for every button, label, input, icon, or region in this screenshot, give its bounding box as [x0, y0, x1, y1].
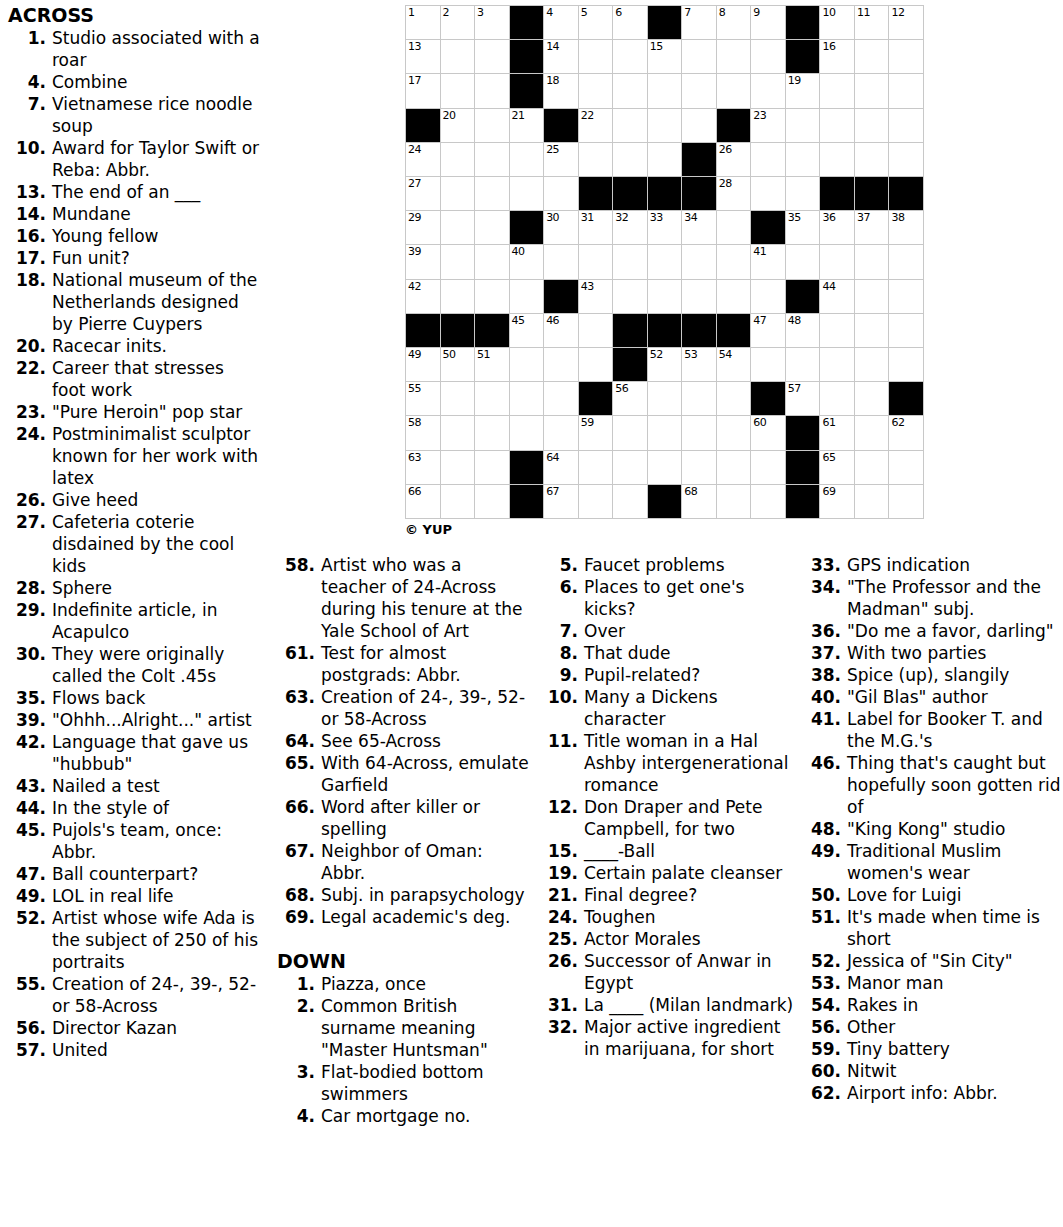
white-cell[interactable] [889, 348, 923, 381]
white-cell[interactable]: 64 [544, 451, 578, 484]
white-cell[interactable] [717, 451, 751, 484]
white-cell[interactable] [682, 40, 716, 73]
white-cell[interactable] [579, 245, 613, 278]
white-cell[interactable] [648, 451, 682, 484]
clue-text: GPS indication [847, 554, 1061, 576]
white-cell[interactable] [717, 416, 751, 449]
white-cell[interactable] [889, 314, 923, 347]
white-cell[interactable]: 39 [406, 245, 440, 278]
white-cell[interactable]: 30 [544, 211, 578, 244]
white-cell[interactable] [682, 280, 716, 313]
white-cell[interactable]: 60 [751, 416, 785, 449]
white-cell[interactable] [510, 348, 544, 381]
white-cell[interactable]: 50 [441, 348, 475, 381]
clue-number: 56. [803, 1016, 847, 1038]
clue-text: Love for Luigi [847, 884, 1061, 906]
white-cell[interactable] [682, 109, 716, 142]
cell-number: 11 [857, 6, 870, 19]
white-cell[interactable]: 22 [579, 109, 613, 142]
white-cell[interactable]: 18 [544, 74, 578, 107]
clue-number: 24. [8, 423, 52, 445]
white-cell[interactable]: 17 [406, 74, 440, 107]
clue-across-23: 23."Pure Heroin" pop star [8, 401, 260, 423]
clue-number: 30. [8, 643, 52, 665]
clue-text: Legal academic's deg. [321, 906, 529, 928]
clue-number: 64. [277, 730, 321, 752]
clue-number: 48. [803, 818, 847, 840]
white-cell[interactable]: 21 [510, 109, 544, 142]
white-cell[interactable] [510, 416, 544, 449]
white-cell[interactable] [717, 245, 751, 278]
white-cell[interactable] [682, 416, 716, 449]
clue-text: Many a Dickens character [584, 686, 798, 730]
white-cell[interactable]: 11 [855, 6, 889, 39]
clue-number: 44. [8, 797, 52, 819]
white-cell[interactable] [613, 143, 647, 176]
white-cell[interactable] [682, 245, 716, 278]
clue-number: 2. [277, 995, 321, 1017]
white-cell[interactable]: 42 [406, 280, 440, 313]
white-cell[interactable]: 65 [820, 451, 854, 484]
black-cell [648, 6, 682, 39]
clue-number: 35. [8, 687, 52, 709]
white-cell[interactable] [648, 416, 682, 449]
clue-number: 10. [8, 137, 52, 159]
white-cell[interactable] [475, 74, 509, 107]
white-cell[interactable] [751, 74, 785, 107]
white-cell[interactable] [579, 348, 613, 381]
white-cell[interactable]: 36 [820, 211, 854, 244]
white-cell[interactable] [579, 451, 613, 484]
white-cell[interactable] [613, 109, 647, 142]
white-cell[interactable]: 25 [544, 143, 578, 176]
clue-text: Indefinite article, in Acapulco [52, 599, 260, 643]
clue-down-25: 25.Actor Morales [540, 928, 798, 950]
clue-text: Certain palate cleanser [584, 862, 798, 884]
white-cell[interactable] [441, 245, 475, 278]
clue-down-41: 41.Label for Booker T. and the M.G.'s [803, 708, 1061, 752]
cell-number: 58 [408, 416, 421, 429]
black-cell [855, 177, 889, 210]
white-cell[interactable]: 43 [579, 280, 613, 313]
white-cell[interactable] [613, 280, 647, 313]
clue-text: Test for almost postgrads: Abbr. [321, 642, 529, 686]
white-cell[interactable] [475, 382, 509, 415]
white-cell[interactable] [889, 451, 923, 484]
clue-across-16: 16.Young fellow [8, 225, 260, 247]
white-cell[interactable] [820, 245, 854, 278]
white-cell[interactable]: 27 [406, 177, 440, 210]
cell-number: 38 [891, 211, 904, 224]
clue-number: 59. [803, 1038, 847, 1060]
white-cell[interactable] [441, 143, 475, 176]
white-cell[interactable] [889, 143, 923, 176]
white-cell[interactable] [475, 485, 509, 518]
cell-number: 8 [719, 6, 726, 19]
white-cell[interactable] [820, 143, 854, 176]
black-cell [786, 416, 820, 449]
white-cell[interactable]: 51 [475, 348, 509, 381]
clue-across-1: 1.Studio associated with a roar [8, 27, 260, 71]
white-cell[interactable] [889, 280, 923, 313]
clue-down-51: 51.It's made when time is short [803, 906, 1061, 950]
white-cell[interactable] [786, 348, 820, 381]
white-cell[interactable] [648, 109, 682, 142]
white-cell[interactable] [855, 314, 889, 347]
white-cell[interactable] [855, 143, 889, 176]
clue-number: 27. [8, 511, 52, 533]
white-cell[interactable]: 49 [406, 348, 440, 381]
white-cell[interactable]: 55 [406, 382, 440, 415]
clue-across-58: 58.Artist who was a teacher of 24-Across… [277, 554, 529, 642]
white-cell[interactable]: 20 [441, 109, 475, 142]
white-cell[interactable] [820, 74, 854, 107]
clue-across-7: 7.Vietnamese rice noodle soup [8, 93, 260, 137]
white-cell[interactable] [682, 74, 716, 107]
white-cell[interactable]: 5 [579, 6, 613, 39]
white-cell[interactable] [613, 451, 647, 484]
white-cell[interactable] [544, 348, 578, 381]
white-cell[interactable] [717, 280, 751, 313]
white-cell[interactable] [441, 485, 475, 518]
cell-number: 48 [788, 314, 801, 327]
white-cell[interactable]: 1 [406, 6, 440, 39]
down-header: DOWN [277, 950, 529, 973]
white-cell[interactable] [820, 314, 854, 347]
white-cell[interactable]: 34 [682, 211, 716, 244]
white-cell[interactable] [786, 245, 820, 278]
clue-across-4: 4.Combine [8, 71, 260, 93]
clue-text: Career that stresses foot work [52, 357, 260, 401]
white-cell[interactable]: 8 [717, 6, 751, 39]
white-cell[interactable] [751, 143, 785, 176]
white-cell[interactable] [889, 74, 923, 107]
white-cell[interactable] [889, 245, 923, 278]
white-cell[interactable] [510, 280, 544, 313]
white-cell[interactable] [441, 40, 475, 73]
white-cell[interactable] [579, 74, 613, 107]
white-cell[interactable]: 63 [406, 451, 440, 484]
clue-down-53: 53.Manor man [803, 972, 1061, 994]
clue-text: LOL in real life [52, 885, 260, 907]
white-cell[interactable] [786, 143, 820, 176]
white-cell[interactable] [889, 485, 923, 518]
clue-text: "Ohhh...Alright..." artist [52, 709, 260, 731]
white-cell[interactable]: 9 [751, 6, 785, 39]
clue-text: Fun unit? [52, 247, 260, 269]
cell-number: 33 [650, 211, 663, 224]
cell-number: 34 [684, 211, 697, 224]
white-cell[interactable] [441, 416, 475, 449]
white-cell[interactable]: 38 [889, 211, 923, 244]
black-cell [510, 40, 544, 73]
white-cell[interactable]: 12 [889, 6, 923, 39]
white-cell[interactable]: 31 [579, 211, 613, 244]
cell-number: 54 [719, 348, 732, 361]
white-cell[interactable] [475, 451, 509, 484]
white-cell[interactable] [855, 348, 889, 381]
white-cell[interactable] [475, 143, 509, 176]
white-cell[interactable] [855, 485, 889, 518]
cell-number: 49 [408, 348, 421, 361]
clue-number: 52. [8, 907, 52, 929]
white-cell[interactable] [820, 109, 854, 142]
white-cell[interactable] [441, 451, 475, 484]
white-cell[interactable]: 53 [682, 348, 716, 381]
white-cell[interactable]: 19 [786, 74, 820, 107]
clue-down-37: 37.With two parties [803, 642, 1061, 664]
white-cell[interactable]: 46 [544, 314, 578, 347]
white-cell[interactable] [717, 40, 751, 73]
white-cell[interactable] [855, 74, 889, 107]
clue-number: 21. [540, 884, 584, 906]
cell-number: 30 [546, 211, 559, 224]
white-cell[interactable] [855, 245, 889, 278]
white-cell[interactable] [751, 177, 785, 210]
white-cell[interactable] [855, 416, 889, 449]
across-header: ACROSS [8, 4, 260, 27]
white-cell[interactable] [544, 177, 578, 210]
clue-down-40: 40."Gil Blas" author [803, 686, 1061, 708]
black-cell [717, 314, 751, 347]
clue-across-44: 44.In the style of [8, 797, 260, 819]
clue-text: Nailed a test [52, 775, 260, 797]
white-cell[interactable]: 66 [406, 485, 440, 518]
white-cell[interactable] [510, 177, 544, 210]
white-cell[interactable]: 52 [648, 348, 682, 381]
white-cell[interactable]: 48 [786, 314, 820, 347]
white-cell[interactable]: 62 [889, 416, 923, 449]
white-cell[interactable] [751, 451, 785, 484]
white-cell[interactable] [613, 485, 647, 518]
white-cell[interactable]: 61 [820, 416, 854, 449]
white-cell[interactable]: 16 [820, 40, 854, 73]
clue-number: 34. [803, 576, 847, 598]
white-cell[interactable] [475, 109, 509, 142]
clue-text: "The Professor and the Madman" subj. [847, 576, 1061, 620]
white-cell[interactable] [579, 143, 613, 176]
clue-across-18: 18.National museum of the Netherlands de… [8, 269, 260, 335]
clue-text: Artist who was a teacher of 24-Across du… [321, 554, 529, 642]
white-cell[interactable] [751, 348, 785, 381]
clue-text: Faucet problems [584, 554, 798, 576]
white-cell[interactable]: 14 [544, 40, 578, 73]
white-cell[interactable] [717, 485, 751, 518]
white-cell[interactable] [613, 40, 647, 73]
white-cell[interactable]: 68 [682, 485, 716, 518]
white-cell[interactable] [682, 451, 716, 484]
clue-number: 41. [803, 708, 847, 730]
black-cell [544, 280, 578, 313]
clue-number: 8. [540, 642, 584, 664]
cell-number: 25 [546, 143, 559, 156]
white-cell[interactable] [751, 280, 785, 313]
white-cell[interactable] [475, 40, 509, 73]
white-cell[interactable]: 69 [820, 485, 854, 518]
cell-number: 63 [408, 451, 421, 464]
white-cell[interactable] [889, 40, 923, 73]
white-cell[interactable] [855, 109, 889, 142]
black-cell [682, 177, 716, 210]
white-cell[interactable] [786, 177, 820, 210]
white-cell[interactable] [475, 245, 509, 278]
white-cell[interactable] [510, 382, 544, 415]
clue-across-20: 20.Racecar inits. [8, 335, 260, 357]
white-cell[interactable]: 44 [820, 280, 854, 313]
white-cell[interactable]: 3 [475, 6, 509, 39]
white-cell[interactable]: 58 [406, 416, 440, 449]
clue-number: 19. [540, 862, 584, 884]
clue-number: 29. [8, 599, 52, 621]
cell-number: 22 [581, 109, 594, 122]
white-cell[interactable]: 7 [682, 6, 716, 39]
white-cell[interactable] [544, 382, 578, 415]
white-cell[interactable] [475, 416, 509, 449]
black-cell [786, 6, 820, 39]
clue-number: 52. [803, 950, 847, 972]
white-cell[interactable]: 28 [717, 177, 751, 210]
white-cell[interactable] [579, 485, 613, 518]
white-cell[interactable] [855, 280, 889, 313]
black-cell [613, 177, 647, 210]
clue-text: It's made when time is short [847, 906, 1061, 950]
white-cell[interactable] [717, 74, 751, 107]
white-cell[interactable] [441, 280, 475, 313]
clue-text: La ____ (Milan landmark) [584, 994, 798, 1016]
white-cell[interactable] [613, 416, 647, 449]
white-cell[interactable] [717, 211, 751, 244]
clue-across-63: 63.Creation of 24-, 39-, 52- or 58-Acros… [277, 686, 529, 730]
white-cell[interactable] [475, 280, 509, 313]
white-cell[interactable]: 23 [751, 109, 785, 142]
white-cell[interactable]: 26 [717, 143, 751, 176]
clue-across-39: 39."Ohhh...Alright..." artist [8, 709, 260, 731]
clue-down-52: 52.Jessica of "Sin City" [803, 950, 1061, 972]
white-cell[interactable]: 6 [613, 6, 647, 39]
white-cell[interactable] [441, 382, 475, 415]
white-cell[interactable] [441, 177, 475, 210]
cell-number: 13 [408, 40, 421, 53]
black-cell [406, 109, 440, 142]
white-cell[interactable] [751, 40, 785, 73]
white-cell[interactable] [441, 74, 475, 107]
black-cell [441, 314, 475, 347]
white-cell[interactable]: 41 [751, 245, 785, 278]
white-cell[interactable] [786, 109, 820, 142]
white-cell[interactable] [820, 382, 854, 415]
white-cell[interactable] [544, 245, 578, 278]
black-cell [786, 485, 820, 518]
clue-number: 49. [803, 840, 847, 862]
clue-number: 24. [540, 906, 584, 928]
white-cell[interactable] [682, 382, 716, 415]
clue-number: 25. [540, 928, 584, 950]
clue-text: That dude [584, 642, 798, 664]
clue-text: Spice (up), slangily [847, 664, 1061, 686]
white-cell[interactable] [648, 382, 682, 415]
white-cell[interactable]: 56 [613, 382, 647, 415]
white-cell[interactable]: 15 [648, 40, 682, 73]
white-cell[interactable]: 32 [613, 211, 647, 244]
black-cell [648, 485, 682, 518]
white-cell[interactable] [889, 109, 923, 142]
white-cell[interactable]: 45 [510, 314, 544, 347]
clue-down-26: 26.Successor of Anwar in Egypt [540, 950, 798, 994]
white-cell[interactable] [475, 177, 509, 210]
clue-across-35: 35.Flows back [8, 687, 260, 709]
clue-text: With 64-Across, emulate Garfield [321, 752, 529, 796]
white-cell[interactable]: 37 [855, 211, 889, 244]
white-cell[interactable] [751, 485, 785, 518]
cell-number: 29 [408, 211, 421, 224]
white-cell[interactable] [855, 40, 889, 73]
cell-number: 3 [477, 6, 484, 19]
white-cell[interactable]: 33 [648, 211, 682, 244]
white-cell[interactable]: 13 [406, 40, 440, 73]
white-cell[interactable] [613, 74, 647, 107]
cell-number: 60 [753, 416, 766, 429]
clue-number: 33. [803, 554, 847, 576]
white-cell[interactable]: 47 [751, 314, 785, 347]
white-cell[interactable] [855, 382, 889, 415]
clue-across-49: 49.LOL in real life [8, 885, 260, 907]
white-cell[interactable]: 24 [406, 143, 440, 176]
white-cell[interactable]: 10 [820, 6, 854, 39]
clue-down-1: 1.Piazza, once [277, 973, 529, 995]
cell-number: 28 [719, 177, 732, 190]
clue-across-30: 30.They were originally called the Colt … [8, 643, 260, 687]
white-cell[interactable] [441, 211, 475, 244]
clue-number: 3. [277, 1061, 321, 1083]
white-cell[interactable] [579, 314, 613, 347]
white-cell[interactable]: 40 [510, 245, 544, 278]
clue-number: 7. [540, 620, 584, 642]
white-cell[interactable] [820, 348, 854, 381]
white-cell[interactable] [613, 245, 647, 278]
black-cell [786, 280, 820, 313]
cell-number: 19 [788, 74, 801, 87]
white-cell[interactable] [648, 280, 682, 313]
white-cell[interactable]: 54 [717, 348, 751, 381]
cell-number: 12 [891, 6, 904, 19]
white-cell[interactable] [648, 74, 682, 107]
white-cell[interactable]: 59 [579, 416, 613, 449]
cell-number: 66 [408, 485, 421, 498]
white-cell[interactable] [579, 40, 613, 73]
white-cell[interactable] [475, 211, 509, 244]
white-cell[interactable] [510, 143, 544, 176]
white-cell[interactable]: 29 [406, 211, 440, 244]
white-cell[interactable] [648, 245, 682, 278]
clue-across-57: 57.United [8, 1039, 260, 1061]
clue-number: 58. [277, 554, 321, 576]
white-cell[interactable]: 35 [786, 211, 820, 244]
clue-number: 61. [277, 642, 321, 664]
white-cell[interactable]: 2 [441, 6, 475, 39]
cell-number: 16 [822, 40, 835, 53]
white-cell[interactable] [544, 416, 578, 449]
clue-text: Traditional Muslim women's wear [847, 840, 1061, 884]
white-cell[interactable]: 67 [544, 485, 578, 518]
white-cell[interactable] [855, 451, 889, 484]
black-cell [510, 74, 544, 107]
black-cell [786, 451, 820, 484]
white-cell[interactable]: 57 [786, 382, 820, 415]
clue-number: 6. [540, 576, 584, 598]
white-cell[interactable] [648, 143, 682, 176]
white-cell[interactable]: 4 [544, 6, 578, 39]
white-cell[interactable] [717, 382, 751, 415]
